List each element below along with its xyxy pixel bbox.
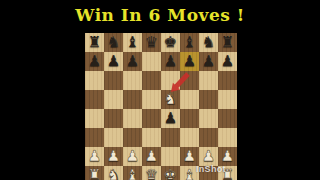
black-pawn-e7[interactable]: ♟ bbox=[164, 52, 177, 71]
square-h4[interactable] bbox=[218, 109, 237, 128]
square-d2[interactable]: ♟ bbox=[142, 147, 161, 166]
square-c5[interactable] bbox=[123, 90, 142, 109]
square-g5[interactable] bbox=[199, 90, 218, 109]
black-pawn-b7[interactable]: ♟ bbox=[107, 52, 120, 71]
square-a5[interactable] bbox=[85, 90, 104, 109]
square-d4[interactable] bbox=[142, 109, 161, 128]
square-a6[interactable] bbox=[85, 71, 104, 90]
puzzle-title: Win In 6 Moves ! bbox=[0, 4, 320, 26]
square-h8[interactable]: ♜ bbox=[218, 33, 237, 52]
black-pawn-a7[interactable]: ♟ bbox=[88, 52, 101, 71]
square-f4[interactable] bbox=[180, 109, 199, 128]
black-bishop-c8[interactable]: ♝ bbox=[126, 33, 139, 52]
white-pawn-f2[interactable]: ♟ bbox=[183, 147, 196, 166]
white-bishop-c1[interactable]: ♝ bbox=[126, 166, 139, 180]
black-pawn-c7[interactable]: ♟ bbox=[126, 52, 139, 71]
square-f8[interactable]: ♝ bbox=[180, 33, 199, 52]
square-a3[interactable] bbox=[85, 128, 104, 147]
inshot-watermark: InShot bbox=[196, 164, 226, 174]
square-e5[interactable]: ♞ bbox=[161, 90, 180, 109]
square-e2[interactable] bbox=[161, 147, 180, 166]
square-d8[interactable]: ♛ bbox=[142, 33, 161, 52]
square-h6[interactable] bbox=[218, 71, 237, 90]
black-rook-a8[interactable]: ♜ bbox=[88, 33, 101, 52]
white-bishop-f1[interactable]: ♝ bbox=[183, 166, 196, 180]
square-d5[interactable] bbox=[142, 90, 161, 109]
black-pawn-f7[interactable]: ♟ bbox=[183, 52, 196, 71]
square-c7[interactable]: ♟ bbox=[123, 52, 142, 71]
square-d7[interactable] bbox=[142, 52, 161, 71]
black-pawn-h7[interactable]: ♟ bbox=[221, 52, 234, 71]
square-h3[interactable] bbox=[218, 128, 237, 147]
square-f6[interactable] bbox=[180, 71, 199, 90]
square-a7[interactable]: ♟ bbox=[85, 52, 104, 71]
square-b3[interactable] bbox=[104, 128, 123, 147]
square-e4[interactable]: ♟ bbox=[161, 109, 180, 128]
video-frame: Win In 6 Moves ! ♜♞♝♛♚♝♞♜♟♟♟♟♟♟♟♞♟♟♟♟♟♟♟… bbox=[0, 0, 320, 180]
square-g8[interactable]: ♞ bbox=[199, 33, 218, 52]
white-pawn-d2[interactable]: ♟ bbox=[145, 147, 158, 166]
square-b2[interactable]: ♟ bbox=[104, 147, 123, 166]
square-h5[interactable] bbox=[218, 90, 237, 109]
white-knight-e5[interactable]: ♞ bbox=[164, 90, 177, 109]
white-queen-d1[interactable]: ♛ bbox=[145, 166, 158, 180]
square-c4[interactable] bbox=[123, 109, 142, 128]
square-b8[interactable]: ♞ bbox=[104, 33, 123, 52]
black-queen-d8[interactable]: ♛ bbox=[145, 33, 158, 52]
white-pawn-b2[interactable]: ♟ bbox=[107, 147, 120, 166]
square-h7[interactable]: ♟ bbox=[218, 52, 237, 71]
white-pawn-c2[interactable]: ♟ bbox=[126, 147, 139, 166]
square-b5[interactable] bbox=[104, 90, 123, 109]
square-c3[interactable] bbox=[123, 128, 142, 147]
square-b1[interactable]: ♞ bbox=[104, 166, 123, 180]
white-king-e1[interactable]: ♚ bbox=[164, 166, 177, 180]
black-bishop-f8[interactable]: ♝ bbox=[183, 33, 196, 52]
square-c8[interactable]: ♝ bbox=[123, 33, 142, 52]
square-f3[interactable] bbox=[180, 128, 199, 147]
square-e3[interactable] bbox=[161, 128, 180, 147]
black-pawn-g7[interactable]: ♟ bbox=[202, 52, 215, 71]
square-a2[interactable]: ♟ bbox=[85, 147, 104, 166]
square-g6[interactable] bbox=[199, 71, 218, 90]
chess-board: ♜♞♝♛♚♝♞♜♟♟♟♟♟♟♟♞♟♟♟♟♟♟♟♟♜♞♝♛♚♝♜ bbox=[85, 33, 237, 180]
square-g7[interactable]: ♟ bbox=[199, 52, 218, 71]
square-a4[interactable] bbox=[85, 109, 104, 128]
square-f5[interactable] bbox=[180, 90, 199, 109]
square-a8[interactable]: ♜ bbox=[85, 33, 104, 52]
square-d3[interactable] bbox=[142, 128, 161, 147]
square-e7[interactable]: ♟ bbox=[161, 52, 180, 71]
black-rook-h8[interactable]: ♜ bbox=[221, 33, 234, 52]
square-f7[interactable]: ♟ bbox=[180, 52, 199, 71]
square-e8[interactable]: ♚ bbox=[161, 33, 180, 52]
black-knight-b8[interactable]: ♞ bbox=[107, 33, 120, 52]
square-d6[interactable] bbox=[142, 71, 161, 90]
square-c6[interactable] bbox=[123, 71, 142, 90]
white-pawn-a2[interactable]: ♟ bbox=[88, 147, 101, 166]
square-c1[interactable]: ♝ bbox=[123, 166, 142, 180]
square-c2[interactable]: ♟ bbox=[123, 147, 142, 166]
square-b4[interactable] bbox=[104, 109, 123, 128]
square-e1[interactable]: ♚ bbox=[161, 166, 180, 180]
square-e6[interactable] bbox=[161, 71, 180, 90]
white-knight-b1[interactable]: ♞ bbox=[107, 166, 120, 180]
square-a1[interactable]: ♜ bbox=[85, 166, 104, 180]
square-b6[interactable] bbox=[104, 71, 123, 90]
square-b7[interactable]: ♟ bbox=[104, 52, 123, 71]
black-knight-g8[interactable]: ♞ bbox=[202, 33, 215, 52]
square-d1[interactable]: ♛ bbox=[142, 166, 161, 180]
square-g3[interactable] bbox=[199, 128, 218, 147]
black-king-e8[interactable]: ♚ bbox=[164, 33, 177, 52]
square-g4[interactable] bbox=[199, 109, 218, 128]
black-pawn-e4[interactable]: ♟ bbox=[164, 109, 177, 128]
white-rook-a1[interactable]: ♜ bbox=[88, 166, 101, 180]
